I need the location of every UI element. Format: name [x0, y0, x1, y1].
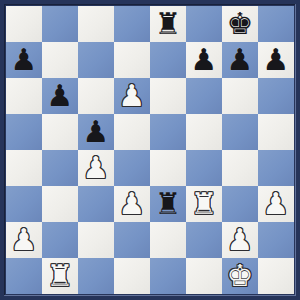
square-d7[interactable] [114, 42, 150, 78]
square-c6[interactable] [78, 78, 114, 114]
square-a5[interactable] [6, 114, 42, 150]
square-a3[interactable] [6, 186, 42, 222]
square-h4[interactable] [258, 150, 294, 186]
square-d1[interactable] [114, 258, 150, 294]
square-g8[interactable]: ♚ [222, 6, 258, 42]
square-c3[interactable] [78, 186, 114, 222]
square-d2[interactable] [114, 222, 150, 258]
square-e4[interactable] [150, 150, 186, 186]
piece-white-rook-b1[interactable]: ♜ [47, 258, 74, 294]
square-h7[interactable]: ♟ [258, 42, 294, 78]
square-f6[interactable] [186, 78, 222, 114]
square-d4[interactable] [114, 150, 150, 186]
square-c4[interactable]: ♟ [78, 150, 114, 186]
square-g2[interactable]: ♟ [222, 222, 258, 258]
piece-black-king-g8[interactable]: ♚ [227, 6, 254, 42]
square-a2[interactable]: ♟ [6, 222, 42, 258]
piece-white-king-g1[interactable]: ♚ [227, 258, 254, 294]
piece-white-pawn-d6[interactable]: ♟ [119, 78, 146, 114]
piece-black-pawn-c5[interactable]: ♟ [83, 114, 110, 150]
square-b8[interactable] [42, 6, 78, 42]
square-g3[interactable] [222, 186, 258, 222]
square-f4[interactable] [186, 150, 222, 186]
square-a6[interactable] [6, 78, 42, 114]
square-f2[interactable] [186, 222, 222, 258]
square-h2[interactable] [258, 222, 294, 258]
square-h1[interactable] [258, 258, 294, 294]
square-c1[interactable] [78, 258, 114, 294]
piece-white-rook-f3[interactable]: ♜ [191, 186, 218, 222]
square-a7[interactable]: ♟ [6, 42, 42, 78]
square-b2[interactable] [42, 222, 78, 258]
piece-white-pawn-h3[interactable]: ♟ [263, 186, 290, 222]
square-h6[interactable] [258, 78, 294, 114]
square-g4[interactable] [222, 150, 258, 186]
square-a4[interactable] [6, 150, 42, 186]
square-h8[interactable] [258, 6, 294, 42]
piece-black-pawn-b6[interactable]: ♟ [47, 78, 74, 114]
square-d6[interactable]: ♟ [114, 78, 150, 114]
square-g1[interactable]: ♚ [222, 258, 258, 294]
square-e2[interactable] [150, 222, 186, 258]
chess-board: ♜♚♟♟♟♟♟♟♟♟♟♜♜♟♟♟♜♚ [6, 6, 294, 294]
piece-black-pawn-g7[interactable]: ♟ [227, 42, 254, 78]
square-e6[interactable] [150, 78, 186, 114]
square-f1[interactable] [186, 258, 222, 294]
square-c2[interactable] [78, 222, 114, 258]
square-e5[interactable] [150, 114, 186, 150]
square-c7[interactable] [78, 42, 114, 78]
piece-black-rook-e3[interactable]: ♜ [155, 186, 182, 222]
square-a8[interactable] [6, 6, 42, 42]
square-h5[interactable] [258, 114, 294, 150]
square-f8[interactable] [186, 6, 222, 42]
piece-white-pawn-a2[interactable]: ♟ [11, 222, 38, 258]
square-f3[interactable]: ♜ [186, 186, 222, 222]
square-g6[interactable] [222, 78, 258, 114]
piece-black-rook-e8[interactable]: ♜ [155, 6, 182, 42]
square-b6[interactable]: ♟ [42, 78, 78, 114]
piece-black-pawn-a7[interactable]: ♟ [11, 42, 38, 78]
square-a1[interactable] [6, 258, 42, 294]
square-c5[interactable]: ♟ [78, 114, 114, 150]
piece-black-pawn-h7[interactable]: ♟ [263, 42, 290, 78]
square-e7[interactable] [150, 42, 186, 78]
square-e3[interactable]: ♜ [150, 186, 186, 222]
square-h3[interactable]: ♟ [258, 186, 294, 222]
square-c8[interactable] [78, 6, 114, 42]
square-d5[interactable] [114, 114, 150, 150]
square-b7[interactable] [42, 42, 78, 78]
square-e1[interactable] [150, 258, 186, 294]
piece-white-pawn-g2[interactable]: ♟ [227, 222, 254, 258]
square-f5[interactable] [186, 114, 222, 150]
piece-white-pawn-c4[interactable]: ♟ [83, 150, 110, 186]
square-b1[interactable]: ♜ [42, 258, 78, 294]
square-g5[interactable] [222, 114, 258, 150]
piece-white-pawn-d3[interactable]: ♟ [119, 186, 146, 222]
square-d8[interactable] [114, 6, 150, 42]
square-d3[interactable]: ♟ [114, 186, 150, 222]
square-e8[interactable]: ♜ [150, 6, 186, 42]
square-f7[interactable]: ♟ [186, 42, 222, 78]
square-b5[interactable] [42, 114, 78, 150]
square-b3[interactable] [42, 186, 78, 222]
square-b4[interactable] [42, 150, 78, 186]
chess-board-frame: ♜♚♟♟♟♟♟♟♟♟♟♜♜♟♟♟♜♚ [0, 0, 300, 300]
piece-black-pawn-f7[interactable]: ♟ [191, 42, 218, 78]
square-g7[interactable]: ♟ [222, 42, 258, 78]
